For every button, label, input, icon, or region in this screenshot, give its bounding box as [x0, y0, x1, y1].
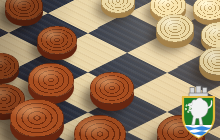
city-coat-of-arms	[179, 85, 218, 139]
checker-man-dark[interactable]	[90, 72, 134, 104]
checker-man-dark[interactable]	[28, 63, 74, 96]
mural-crown-icon	[189, 86, 208, 97]
waves-icon	[183, 125, 214, 138]
checker-man-light[interactable]	[156, 14, 194, 41]
checker-man-dark[interactable]	[37, 26, 77, 55]
checkers-photo	[0, 0, 220, 140]
checker-man-dark[interactable]	[10, 99, 64, 138]
